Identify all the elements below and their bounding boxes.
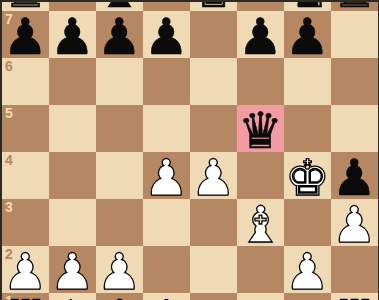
white-knight[interactable]: ♞ [50, 294, 95, 300]
square-e3[interactable] [190, 199, 237, 246]
chess-board[interactable]: 8♜♝♚♞♜7♟♟♟♟♟♟65♛4♟♟♚♟3♝♟2♟♟♟♟1♜♞♝♛♜ [2, 0, 378, 300]
square-g3[interactable] [284, 199, 331, 246]
square-g2[interactable]: ♟ [284, 246, 331, 293]
square-a3[interactable]: 3 [2, 199, 49, 246]
square-b2[interactable]: ♟ [49, 246, 96, 293]
square-h2[interactable] [331, 246, 378, 293]
square-h5[interactable] [331, 105, 378, 152]
black-pawn[interactable]: ♟ [285, 12, 330, 62]
square-f2[interactable] [237, 246, 284, 293]
black-queen[interactable]: ♛ [238, 106, 283, 156]
square-f4[interactable] [237, 152, 284, 199]
black-pawn[interactable]: ♟ [3, 12, 48, 62]
square-f6[interactable] [237, 58, 284, 105]
square-f5[interactable]: ♛ [237, 105, 284, 152]
square-d3[interactable] [143, 199, 190, 246]
rank-label-5: 5 [5, 105, 13, 121]
square-e4[interactable]: ♟ [190, 152, 237, 199]
square-b6[interactable] [49, 58, 96, 105]
square-e7[interactable] [190, 11, 237, 58]
square-e5[interactable] [190, 105, 237, 152]
square-b7[interactable]: ♟ [49, 11, 96, 58]
square-h6[interactable] [331, 58, 378, 105]
white-rook[interactable]: ♜ [3, 294, 48, 300]
white-pawn[interactable]: ♟ [144, 153, 189, 203]
square-d6[interactable] [143, 58, 190, 105]
square-h3[interactable]: ♟ [331, 199, 378, 246]
square-e6[interactable] [190, 58, 237, 105]
square-d4[interactable]: ♟ [143, 152, 190, 199]
black-pawn[interactable]: ♟ [144, 12, 189, 62]
square-c5[interactable] [96, 105, 143, 152]
black-pawn[interactable]: ♟ [97, 12, 142, 62]
white-bishop[interactable]: ♝ [97, 294, 142, 300]
square-d1[interactable]: ♛ [143, 293, 190, 300]
square-c4[interactable] [96, 152, 143, 199]
black-pawn[interactable]: ♟ [50, 12, 95, 62]
chess-board-viewport: 8♜♝♚♞♜7♟♟♟♟♟♟65♛4♟♟♚♟3♝♟2♟♟♟♟1♜♞♝♛♜ [0, 0, 379, 300]
square-g6[interactable] [284, 58, 331, 105]
white-pawn[interactable]: ♟ [191, 153, 236, 203]
square-g4[interactable]: ♚ [284, 152, 331, 199]
square-h1[interactable]: ♜ [331, 293, 378, 300]
square-b3[interactable] [49, 199, 96, 246]
square-g7[interactable]: ♟ [284, 11, 331, 58]
square-a6[interactable]: 6 [2, 58, 49, 105]
square-h4[interactable]: ♟ [331, 152, 378, 199]
rank-label-6: 6 [5, 58, 13, 74]
square-d5[interactable] [143, 105, 190, 152]
square-a7[interactable]: 7♟ [2, 11, 49, 58]
square-c1[interactable]: ♝ [96, 293, 143, 300]
board-top-edge [0, 0, 379, 2]
rank-label-3: 3 [5, 199, 13, 215]
square-a1[interactable]: 1♜ [2, 293, 49, 300]
square-e2[interactable] [190, 246, 237, 293]
square-e1[interactable] [190, 293, 237, 300]
white-king[interactable]: ♚ [285, 153, 330, 203]
square-c2[interactable]: ♟ [96, 246, 143, 293]
white-rook[interactable]: ♜ [332, 294, 377, 300]
white-pawn[interactable]: ♟ [332, 200, 377, 250]
square-d7[interactable]: ♟ [143, 11, 190, 58]
square-d2[interactable] [143, 246, 190, 293]
white-bishop[interactable]: ♝ [238, 200, 283, 250]
black-pawn[interactable]: ♟ [238, 12, 283, 62]
rank-label-4: 4 [5, 152, 13, 168]
square-b4[interactable] [49, 152, 96, 199]
square-g1[interactable] [284, 293, 331, 300]
square-h7[interactable] [331, 11, 378, 58]
square-a5[interactable]: 5 [2, 105, 49, 152]
white-pawn[interactable]: ♟ [285, 247, 330, 297]
square-f3[interactable]: ♝ [237, 199, 284, 246]
square-c3[interactable] [96, 199, 143, 246]
square-a2[interactable]: 2♟ [2, 246, 49, 293]
square-f1[interactable] [237, 293, 284, 300]
square-c7[interactable]: ♟ [96, 11, 143, 58]
square-b1[interactable]: ♞ [49, 293, 96, 300]
square-g5[interactable] [284, 105, 331, 152]
square-c6[interactable] [96, 58, 143, 105]
square-b5[interactable] [49, 105, 96, 152]
white-queen[interactable]: ♛ [144, 294, 189, 300]
square-a4[interactable]: 4 [2, 152, 49, 199]
square-f7[interactable]: ♟ [237, 11, 284, 58]
